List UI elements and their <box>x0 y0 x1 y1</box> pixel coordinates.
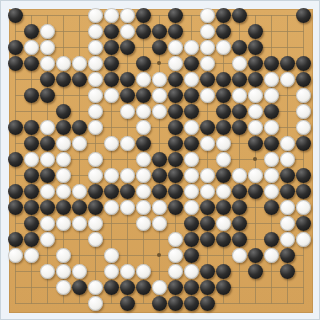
white-stone <box>248 120 263 135</box>
black-stone <box>248 248 263 263</box>
black-stone <box>280 56 295 71</box>
white-stone <box>136 264 151 279</box>
black-stone <box>24 24 39 39</box>
white-stone <box>232 56 247 71</box>
white-stone <box>168 248 183 263</box>
white-stone <box>88 168 103 183</box>
white-stone <box>56 264 71 279</box>
black-stone <box>104 40 119 55</box>
black-stone <box>184 88 199 103</box>
white-stone <box>88 104 103 119</box>
black-stone <box>184 248 199 263</box>
white-stone <box>24 248 39 263</box>
black-stone <box>72 200 87 215</box>
white-stone <box>120 136 135 151</box>
white-stone <box>280 232 295 247</box>
white-stone <box>136 168 151 183</box>
black-stone <box>280 264 295 279</box>
black-stone <box>72 72 87 87</box>
white-stone <box>88 296 103 311</box>
black-stone <box>152 24 167 39</box>
white-stone <box>216 216 231 231</box>
black-stone <box>56 200 71 215</box>
white-stone <box>88 40 103 55</box>
black-stone <box>40 200 55 215</box>
white-stone <box>168 56 183 71</box>
white-stone <box>136 200 151 215</box>
white-stone <box>104 8 119 23</box>
black-stone <box>120 40 135 55</box>
white-stone <box>104 200 119 215</box>
grid-line-horizontal <box>15 239 304 240</box>
black-stone <box>296 184 311 199</box>
black-stone <box>200 232 215 247</box>
black-stone <box>232 184 247 199</box>
white-stone <box>152 72 167 87</box>
white-stone <box>56 152 71 167</box>
black-stone <box>296 216 311 231</box>
black-stone <box>200 280 215 295</box>
white-stone <box>280 200 295 215</box>
black-stone <box>168 280 183 295</box>
white-stone <box>120 168 135 183</box>
black-stone <box>216 200 231 215</box>
black-stone <box>136 88 151 103</box>
black-stone <box>152 184 167 199</box>
white-stone <box>184 264 199 279</box>
black-stone <box>216 168 231 183</box>
white-stone <box>264 152 279 167</box>
white-stone <box>264 248 279 263</box>
black-stone <box>280 184 295 199</box>
black-stone <box>8 152 23 167</box>
black-stone <box>120 296 135 311</box>
white-stone <box>200 24 215 39</box>
white-stone <box>216 152 231 167</box>
black-stone <box>168 8 183 23</box>
white-stone <box>120 264 135 279</box>
black-stone <box>120 280 135 295</box>
white-stone <box>56 248 71 263</box>
black-stone <box>232 8 247 23</box>
white-stone <box>168 40 183 55</box>
black-stone <box>200 120 215 135</box>
black-stone <box>88 184 103 199</box>
white-stone <box>24 40 39 55</box>
white-stone <box>136 72 151 87</box>
white-stone <box>152 200 167 215</box>
white-stone <box>232 248 247 263</box>
black-stone <box>248 264 263 279</box>
black-stone <box>216 24 231 39</box>
black-stone <box>184 104 199 119</box>
black-stone <box>168 168 183 183</box>
black-stone <box>296 56 311 71</box>
black-stone <box>168 184 183 199</box>
white-stone <box>56 56 71 71</box>
white-stone <box>184 184 199 199</box>
white-stone <box>264 184 279 199</box>
white-stone <box>88 120 103 135</box>
white-stone <box>136 104 151 119</box>
white-stone <box>120 200 135 215</box>
black-stone <box>264 200 279 215</box>
black-stone <box>152 168 167 183</box>
white-stone <box>200 8 215 23</box>
white-stone <box>296 232 311 247</box>
black-stone <box>232 216 247 231</box>
black-stone <box>24 136 39 151</box>
black-stone <box>232 232 247 247</box>
black-stone <box>200 72 215 87</box>
black-stone <box>264 232 279 247</box>
white-stone <box>104 248 119 263</box>
white-stone <box>88 72 103 87</box>
white-stone <box>264 72 279 87</box>
white-stone <box>88 216 103 231</box>
black-stone <box>248 24 263 39</box>
black-stone <box>232 72 247 87</box>
black-stone <box>184 280 199 295</box>
black-stone <box>8 184 23 199</box>
black-stone <box>40 72 55 87</box>
black-stone <box>184 136 199 151</box>
white-stone <box>152 216 167 231</box>
black-stone <box>184 216 199 231</box>
white-stone <box>184 120 199 135</box>
black-stone <box>216 104 231 119</box>
black-stone <box>216 264 231 279</box>
white-stone <box>152 88 167 103</box>
white-stone <box>88 232 103 247</box>
black-stone <box>72 280 87 295</box>
white-stone <box>168 264 183 279</box>
white-stone <box>280 72 295 87</box>
black-stone <box>104 56 119 71</box>
black-stone <box>136 8 151 23</box>
white-stone <box>104 264 119 279</box>
white-stone <box>72 184 87 199</box>
black-stone <box>168 152 183 167</box>
black-stone <box>24 216 39 231</box>
white-stone <box>136 216 151 231</box>
black-stone <box>168 136 183 151</box>
star-point <box>157 253 161 257</box>
black-stone <box>296 8 311 23</box>
black-stone <box>8 232 23 247</box>
white-stone <box>152 280 167 295</box>
white-stone <box>88 280 103 295</box>
white-stone <box>40 56 55 71</box>
white-stone <box>168 232 183 247</box>
black-stone <box>24 168 39 183</box>
white-stone <box>104 136 119 151</box>
white-stone <box>56 168 71 183</box>
black-stone <box>216 120 231 135</box>
white-stone <box>216 184 231 199</box>
white-stone <box>184 168 199 183</box>
white-stone <box>72 136 87 151</box>
black-stone <box>216 72 231 87</box>
white-stone <box>72 56 87 71</box>
black-stone <box>232 120 247 135</box>
black-stone <box>184 232 199 247</box>
black-stone <box>136 280 151 295</box>
white-stone <box>104 168 119 183</box>
black-stone <box>248 136 263 151</box>
black-stone <box>232 104 247 119</box>
white-stone <box>56 136 71 151</box>
white-stone <box>136 120 151 135</box>
white-stone <box>88 8 103 23</box>
black-stone <box>104 184 119 199</box>
go-board[interactable] <box>9 9 313 313</box>
black-stone <box>136 136 151 151</box>
white-stone <box>72 216 87 231</box>
white-stone <box>40 264 55 279</box>
white-stone <box>216 136 231 151</box>
black-stone <box>120 72 135 87</box>
white-stone <box>200 136 215 151</box>
black-stone <box>216 280 231 295</box>
black-stone <box>168 200 183 215</box>
page-background <box>0 0 320 320</box>
black-stone <box>120 88 135 103</box>
white-stone <box>40 40 55 55</box>
black-stone <box>40 136 55 151</box>
white-stone <box>184 152 199 167</box>
white-stone <box>296 104 311 119</box>
white-stone <box>232 168 247 183</box>
white-stone <box>264 88 279 103</box>
black-stone <box>264 104 279 119</box>
black-stone <box>56 120 71 135</box>
white-stone <box>248 168 263 183</box>
black-stone <box>200 296 215 311</box>
black-stone <box>184 296 199 311</box>
white-stone <box>200 40 215 55</box>
white-stone <box>40 216 55 231</box>
black-stone <box>168 296 183 311</box>
black-stone <box>216 88 231 103</box>
black-stone <box>8 40 23 55</box>
white-stone <box>296 88 311 103</box>
black-stone <box>168 88 183 103</box>
black-stone <box>232 40 247 55</box>
white-stone <box>56 216 71 231</box>
white-stone <box>280 216 295 231</box>
white-stone <box>296 200 311 215</box>
black-stone <box>168 72 183 87</box>
white-stone <box>120 104 135 119</box>
white-stone <box>200 184 215 199</box>
black-stone <box>248 184 263 199</box>
white-stone <box>104 88 119 103</box>
black-stone <box>24 184 39 199</box>
white-stone <box>248 104 263 119</box>
black-stone <box>184 56 199 71</box>
white-stone <box>200 88 215 103</box>
black-stone <box>136 56 151 71</box>
white-stone <box>40 152 55 167</box>
white-stone <box>120 24 135 39</box>
white-stone <box>152 104 167 119</box>
white-stone <box>40 24 55 39</box>
black-stone <box>40 168 55 183</box>
white-stone <box>280 152 295 167</box>
black-stone <box>248 40 263 55</box>
black-stone <box>104 24 119 39</box>
white-stone <box>136 152 151 167</box>
black-stone <box>24 88 39 103</box>
black-stone <box>168 104 183 119</box>
black-stone <box>200 264 215 279</box>
black-stone <box>8 120 23 135</box>
black-stone <box>200 216 215 231</box>
white-stone <box>40 232 55 247</box>
black-stone <box>120 184 135 199</box>
white-stone <box>24 152 39 167</box>
white-stone <box>120 8 135 23</box>
white-stone <box>40 184 55 199</box>
black-stone <box>280 168 295 183</box>
white-stone <box>184 72 199 87</box>
white-stone <box>264 120 279 135</box>
black-stone <box>296 72 311 87</box>
white-stone <box>200 168 215 183</box>
white-stone <box>296 120 311 135</box>
black-stone <box>232 200 247 215</box>
black-stone <box>216 232 231 247</box>
white-stone <box>136 184 151 199</box>
white-stone <box>248 88 263 103</box>
white-stone <box>280 136 295 151</box>
white-stone <box>72 264 87 279</box>
black-stone <box>264 56 279 71</box>
white-stone <box>8 248 23 263</box>
black-stone <box>104 280 119 295</box>
black-stone <box>88 200 103 215</box>
black-stone <box>152 40 167 55</box>
black-stone <box>248 72 263 87</box>
white-stone <box>184 40 199 55</box>
white-stone <box>88 88 103 103</box>
black-stone <box>264 136 279 151</box>
white-stone <box>200 56 215 71</box>
white-stone <box>88 24 103 39</box>
white-stone <box>232 88 247 103</box>
black-stone <box>56 72 71 87</box>
white-stone <box>56 280 71 295</box>
black-stone <box>152 152 167 167</box>
black-stone <box>24 232 39 247</box>
black-stone <box>24 120 39 135</box>
white-stone <box>184 200 199 215</box>
black-stone <box>200 200 215 215</box>
white-stone <box>88 56 103 71</box>
black-stone <box>24 56 39 71</box>
black-stone <box>56 104 71 119</box>
star-point <box>253 157 257 161</box>
black-stone <box>280 248 295 263</box>
star-point <box>157 61 161 65</box>
black-stone <box>24 200 39 215</box>
black-stone <box>8 200 23 215</box>
black-stone <box>104 72 119 87</box>
black-stone <box>152 296 167 311</box>
black-stone <box>136 24 151 39</box>
white-stone <box>56 184 71 199</box>
black-stone <box>296 136 311 151</box>
black-stone <box>296 168 311 183</box>
black-stone <box>8 8 23 23</box>
black-stone <box>168 120 183 135</box>
black-stone <box>72 120 87 135</box>
black-stone <box>40 88 55 103</box>
black-stone <box>248 56 263 71</box>
white-stone <box>88 152 103 167</box>
white-stone <box>216 40 231 55</box>
white-stone <box>264 168 279 183</box>
black-stone <box>216 8 231 23</box>
black-stone <box>168 24 183 39</box>
white-stone <box>40 120 55 135</box>
black-stone <box>8 56 23 71</box>
